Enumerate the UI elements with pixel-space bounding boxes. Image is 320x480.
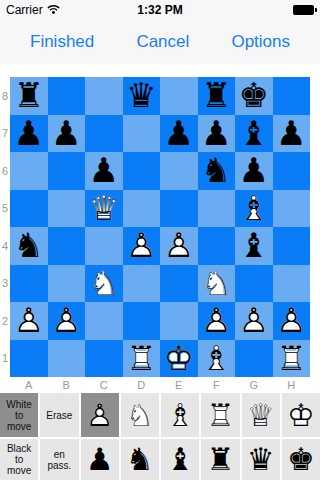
white-knight-piece: ♞♘ xyxy=(198,265,236,303)
square-b1[interactable] xyxy=(48,340,86,378)
palette-white-bishop-button[interactable]: ♝♗ xyxy=(161,393,199,437)
cancel-button[interactable]: Cancel xyxy=(136,32,189,52)
black-pawn-piece: ♟ xyxy=(10,115,48,153)
square-h7[interactable]: ♟ xyxy=(273,115,311,153)
square-e2[interactable] xyxy=(160,302,198,340)
square-g2[interactable]: ♟♙ xyxy=(235,302,273,340)
white-bishop-piece: ♝♗ xyxy=(161,393,199,437)
square-f1[interactable]: ♝♗ xyxy=(198,340,236,378)
black-king-piece: ♚ xyxy=(282,439,320,480)
square-b2[interactable]: ♟♙ xyxy=(48,302,86,340)
square-f6[interactable]: ♞ xyxy=(198,152,236,190)
palette-white-pawn-button[interactable]: ♟♙ xyxy=(81,393,119,437)
black-pawn-piece: ♟ xyxy=(85,152,123,190)
battery-icon xyxy=(293,5,314,15)
black-knight-piece: ♞ xyxy=(198,152,236,190)
square-c6[interactable]: ♟ xyxy=(85,152,123,190)
square-h4[interactable] xyxy=(273,227,311,265)
palette-black-knight-button[interactable]: ♞ xyxy=(121,439,159,480)
palette-black-rook-button[interactable]: ♜ xyxy=(201,439,239,480)
square-c4[interactable] xyxy=(85,227,123,265)
square-b6[interactable] xyxy=(48,152,86,190)
square-a8[interactable]: ♜ xyxy=(10,77,48,115)
white-pawn-piece: ♟♙ xyxy=(235,302,273,340)
position-editor-screen: Carrier 1:32 PM Finished Cancel Options … xyxy=(0,0,320,480)
square-e4[interactable]: ♟♙ xyxy=(160,227,198,265)
square-c3[interactable]: ♞♘ xyxy=(85,265,123,303)
rank-label-4: 4 xyxy=(0,227,10,265)
square-f8[interactable]: ♜ xyxy=(198,77,236,115)
square-g5[interactable]: ♝♗ xyxy=(235,190,273,228)
square-e1[interactable]: ♚♔ xyxy=(160,340,198,378)
square-a2[interactable]: ♟♙ xyxy=(10,302,48,340)
piece-palette: WhitetomoveErase♟♙♞♘♝♗♜♖♛♕♚♔Blacktomovee… xyxy=(0,393,320,480)
square-f7[interactable]: ♟ xyxy=(198,115,236,153)
white-rook-piece: ♜♖ xyxy=(123,340,161,378)
square-c1[interactable] xyxy=(85,340,123,378)
white-pawn-piece: ♟♙ xyxy=(48,302,86,340)
square-a7[interactable]: ♟ xyxy=(10,115,48,153)
square-e5[interactable] xyxy=(160,190,198,228)
white-pawn-piece: ♟♙ xyxy=(81,393,119,437)
file-label-d: D xyxy=(123,377,161,393)
white-queen-piece: ♛♕ xyxy=(85,190,123,228)
square-a6[interactable] xyxy=(10,152,48,190)
square-e6[interactable] xyxy=(160,152,198,190)
black-king-piece: ♚ xyxy=(235,77,273,115)
file-label-h: H xyxy=(273,377,311,393)
palette-black-pawn-button[interactable]: ♟ xyxy=(81,439,119,480)
file-labels: ABCDEFGH xyxy=(10,377,310,393)
file-label-c: C xyxy=(85,377,123,393)
rank-label-2: 2 xyxy=(0,302,10,340)
black-pawn-piece: ♟ xyxy=(81,439,119,480)
square-d7[interactable] xyxy=(123,115,161,153)
white-rook-piece: ♜♖ xyxy=(273,340,311,378)
palette-black-bishop-button[interactable]: ♝ xyxy=(161,439,199,480)
black-to-move-button[interactable]: Blacktomove xyxy=(0,439,38,480)
square-c7[interactable] xyxy=(85,115,123,153)
square-h3[interactable] xyxy=(273,265,311,303)
square-g6[interactable]: ♟ xyxy=(235,152,273,190)
white-queen-piece: ♛♕ xyxy=(242,393,280,437)
file-label-e: E xyxy=(160,377,198,393)
black-bishop-piece: ♝ xyxy=(235,227,273,265)
palette-white-rook-button[interactable]: ♜♖ xyxy=(201,393,239,437)
palette-black-queen-button[interactable]: ♛ xyxy=(242,439,280,480)
white-rook-piece: ♜♖ xyxy=(201,393,239,437)
black-bishop-piece: ♝ xyxy=(161,439,199,480)
square-h5[interactable] xyxy=(273,190,311,228)
square-e7[interactable]: ♟ xyxy=(160,115,198,153)
square-d8[interactable]: ♛ xyxy=(123,77,161,115)
erase-button[interactable]: Erase xyxy=(40,393,78,437)
white-bishop-piece: ♝♗ xyxy=(235,190,273,228)
square-e8[interactable] xyxy=(160,77,198,115)
square-d1[interactable]: ♜♖ xyxy=(123,340,161,378)
square-d5[interactable] xyxy=(123,190,161,228)
file-label-a: A xyxy=(10,377,48,393)
white-pawn-piece: ♟♙ xyxy=(10,302,48,340)
square-b4[interactable] xyxy=(48,227,86,265)
square-h8[interactable] xyxy=(273,77,311,115)
square-g4[interactable]: ♝ xyxy=(235,227,273,265)
square-c2[interactable] xyxy=(85,302,123,340)
black-pawn-piece: ♟ xyxy=(48,115,86,153)
black-queen-piece: ♛ xyxy=(123,77,161,115)
black-rook-piece: ♜ xyxy=(10,77,48,115)
white-king-piece: ♚♔ xyxy=(160,340,198,378)
square-c5[interactable]: ♛♕ xyxy=(85,190,123,228)
black-pawn-piece: ♟ xyxy=(198,115,236,153)
black-queen-piece: ♛ xyxy=(242,439,280,480)
square-g7[interactable]: ♝ xyxy=(235,115,273,153)
file-label-f: F xyxy=(198,377,236,393)
square-a5[interactable] xyxy=(10,190,48,228)
file-label-g: G xyxy=(235,377,273,393)
white-pawn-piece: ♟♙ xyxy=(160,227,198,265)
square-a1[interactable] xyxy=(10,340,48,378)
square-g8[interactable]: ♚ xyxy=(235,77,273,115)
square-f2[interactable]: ♟♙ xyxy=(198,302,236,340)
square-h6[interactable] xyxy=(273,152,311,190)
toolbar: Finished Cancel Options xyxy=(0,20,320,64)
square-d4[interactable]: ♟♙ xyxy=(123,227,161,265)
white-pawn-piece: ♟♙ xyxy=(123,227,161,265)
options-button[interactable]: Options xyxy=(231,32,290,52)
square-b3[interactable] xyxy=(48,265,86,303)
palette-white-knight-button[interactable]: ♞♘ xyxy=(121,393,159,437)
en-passant-button[interactable]: enpass. xyxy=(40,439,78,480)
clock: 1:32 PM xyxy=(0,3,320,17)
white-king-piece: ♚♔ xyxy=(282,393,320,437)
file-label-b: B xyxy=(48,377,86,393)
square-f4[interactable] xyxy=(198,227,236,265)
square-h1[interactable]: ♜♖ xyxy=(273,340,311,378)
white-pawn-piece: ♟♙ xyxy=(198,302,236,340)
square-c8[interactable] xyxy=(85,77,123,115)
status-bar: Carrier 1:32 PM xyxy=(0,0,320,20)
square-h2[interactable]: ♟♙ xyxy=(273,302,311,340)
palette-white-queen-button[interactable]: ♛♕ xyxy=(242,393,280,437)
square-f5[interactable] xyxy=(198,190,236,228)
rank-label-5: 5 xyxy=(0,190,10,228)
black-pawn-piece: ♟ xyxy=(160,115,198,153)
palette-white-king-button[interactable]: ♚♔ xyxy=(282,393,320,437)
black-pawn-piece: ♟ xyxy=(273,115,311,153)
white-bishop-piece: ♝♗ xyxy=(198,340,236,378)
black-bishop-piece: ♝ xyxy=(235,115,273,153)
white-to-move-button[interactable]: Whitetomove xyxy=(0,393,38,437)
palette-black-king-button[interactable]: ♚ xyxy=(282,439,320,480)
rank-label-1: 1 xyxy=(0,340,10,378)
rank-label-6: 6 xyxy=(0,152,10,190)
square-g3[interactable] xyxy=(235,265,273,303)
square-g1[interactable] xyxy=(235,340,273,378)
finished-button[interactable]: Finished xyxy=(30,32,94,52)
square-e3[interactable] xyxy=(160,265,198,303)
white-knight-piece: ♞♘ xyxy=(85,265,123,303)
white-knight-piece: ♞♘ xyxy=(121,393,159,437)
black-rook-piece: ♜ xyxy=(198,77,236,115)
black-rook-piece: ♜ xyxy=(201,439,239,480)
rank-label-3: 3 xyxy=(0,265,10,303)
square-a4[interactable]: ♞ xyxy=(10,227,48,265)
white-pawn-piece: ♟♙ xyxy=(273,302,311,340)
rank-labels: 87654321 xyxy=(0,77,10,377)
square-d6[interactable] xyxy=(123,152,161,190)
square-b8[interactable] xyxy=(48,77,86,115)
chess-board: ♜♛♜♚♟♟♟♟♝♟♟♞♟♛♕♝♗♞♟♙♟♙♝♞♘♞♘♟♙♟♙♟♙♟♙♟♙♜♖♚… xyxy=(10,77,310,377)
square-a3[interactable] xyxy=(10,265,48,303)
black-knight-piece: ♞ xyxy=(10,227,48,265)
square-b5[interactable] xyxy=(48,190,86,228)
square-d3[interactable] xyxy=(123,265,161,303)
rank-label-7: 7 xyxy=(0,115,10,153)
square-f3[interactable]: ♞♘ xyxy=(198,265,236,303)
square-b7[interactable]: ♟ xyxy=(48,115,86,153)
black-knight-piece: ♞ xyxy=(121,439,159,480)
black-pawn-piece: ♟ xyxy=(235,152,273,190)
rank-label-8: 8 xyxy=(0,77,10,115)
square-d2[interactable] xyxy=(123,302,161,340)
